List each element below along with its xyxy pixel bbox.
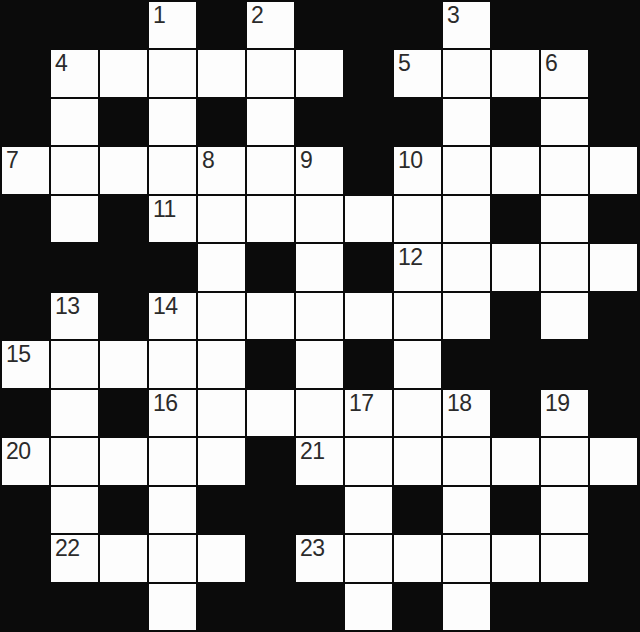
black-cell-r5c5 — [247, 244, 294, 290]
cell-r5c8[interactable]: 12 — [394, 244, 441, 290]
black-cell-r4c10 — [492, 196, 539, 242]
cell-r9c2[interactable] — [100, 438, 147, 484]
black-cell-r5c7 — [345, 244, 392, 290]
cell-r5c6[interactable] — [296, 244, 343, 290]
black-cell-r5c1 — [51, 244, 98, 290]
black-cell-r1c0 — [2, 50, 49, 96]
cell-r3c1[interactable] — [51, 147, 98, 193]
clue-number-22: 22 — [55, 536, 80, 560]
cell-r5c9[interactable] — [443, 244, 490, 290]
black-cell-r0c6 — [296, 2, 343, 48]
cell-r1c8[interactable]: 5 — [394, 50, 441, 96]
black-cell-r0c1 — [51, 2, 98, 48]
black-cell-r2c12 — [590, 99, 637, 145]
cell-r2c11[interactable] — [541, 99, 588, 145]
cell-r9c1[interactable] — [51, 438, 98, 484]
cell-r3c0[interactable]: 7 — [2, 147, 49, 193]
black-cell-r12c10 — [492, 584, 539, 630]
cell-r3c6[interactable]: 9 — [296, 147, 343, 193]
clue-number-16: 16 — [153, 391, 178, 415]
clue-number-9: 9 — [300, 148, 312, 172]
black-cell-r0c2 — [100, 2, 147, 48]
clue-number-11: 11 — [153, 197, 176, 221]
cell-r4c6[interactable] — [296, 196, 343, 242]
clue-number-4: 4 — [55, 51, 67, 75]
clue-number-21: 21 — [300, 439, 325, 463]
cell-r4c5[interactable] — [247, 196, 294, 242]
black-cell-r11c12 — [590, 535, 637, 581]
cell-r5c10[interactable] — [492, 244, 539, 290]
cell-r9c7[interactable] — [345, 438, 392, 484]
cell-r5c4[interactable] — [198, 244, 245, 290]
clue-number-7: 7 — [6, 148, 18, 172]
cell-r3c3[interactable] — [149, 147, 196, 193]
cell-r9c8[interactable] — [394, 438, 441, 484]
black-cell-r7c9 — [443, 341, 490, 387]
black-cell-r10c8 — [394, 487, 441, 533]
black-cell-r2c7 — [345, 99, 392, 145]
clue-number-2: 2 — [251, 3, 263, 27]
cell-r12c7[interactable] — [345, 584, 392, 630]
black-cell-r12c2 — [100, 584, 147, 630]
black-cell-r12c12 — [590, 584, 637, 630]
cell-r9c11[interactable] — [541, 438, 588, 484]
cell-r11c11[interactable] — [541, 535, 588, 581]
black-cell-r12c6 — [296, 584, 343, 630]
cell-r8c6[interactable] — [296, 390, 343, 436]
cell-r1c10[interactable] — [492, 50, 539, 96]
black-cell-r10c10 — [492, 487, 539, 533]
clue-number-6: 6 — [545, 51, 557, 75]
cell-r4c8[interactable] — [394, 196, 441, 242]
black-cell-r4c0 — [2, 196, 49, 242]
cell-r7c3[interactable] — [149, 341, 196, 387]
cell-r0c5[interactable]: 2 — [247, 2, 294, 48]
cell-r7c4[interactable] — [198, 341, 245, 387]
black-cell-r10c0 — [2, 487, 49, 533]
black-cell-r2c0 — [2, 99, 49, 145]
clue-number-19: 19 — [545, 391, 570, 415]
cell-r4c11[interactable] — [541, 196, 588, 242]
cell-r8c9[interactable]: 18 — [443, 390, 490, 436]
cell-r1c4[interactable] — [198, 50, 245, 96]
clue-number-10: 10 — [398, 148, 423, 172]
black-cell-r6c12 — [590, 293, 637, 339]
cell-r9c12[interactable] — [590, 438, 637, 484]
black-cell-r6c0 — [2, 293, 49, 339]
cell-r9c4[interactable] — [198, 438, 245, 484]
black-cell-r8c0 — [2, 390, 49, 436]
cell-r6c11[interactable] — [541, 293, 588, 339]
clue-number-14: 14 — [153, 294, 178, 318]
cell-r7c0[interactable]: 15 — [2, 341, 49, 387]
black-cell-r0c10 — [492, 2, 539, 48]
cell-r11c10[interactable] — [492, 535, 539, 581]
cell-r3c12[interactable] — [590, 147, 637, 193]
cell-r8c4[interactable] — [198, 390, 245, 436]
cell-r4c7[interactable] — [345, 196, 392, 242]
cell-r11c7[interactable] — [345, 535, 392, 581]
clue-number-18: 18 — [447, 391, 472, 415]
black-cell-r5c0 — [2, 244, 49, 290]
cell-r7c6[interactable] — [296, 341, 343, 387]
black-cell-r10c5 — [247, 487, 294, 533]
cell-r6c3[interactable]: 14 — [149, 293, 196, 339]
cell-r8c1[interactable] — [51, 390, 98, 436]
cell-r11c2[interactable] — [100, 535, 147, 581]
clue-number-13: 13 — [55, 294, 80, 318]
cell-r3c5[interactable] — [247, 147, 294, 193]
cell-r10c3[interactable] — [149, 487, 196, 533]
black-cell-r4c2 — [100, 196, 147, 242]
cell-r12c3[interactable] — [149, 584, 196, 630]
crossword-board: 1234567891011121314151617181920212223 — [0, 0, 640, 632]
black-cell-r0c7 — [345, 2, 392, 48]
cell-r11c3[interactable] — [149, 535, 196, 581]
cell-r1c1[interactable]: 4 — [51, 50, 98, 96]
cell-r7c8[interactable] — [394, 341, 441, 387]
cell-r0c9[interactable]: 3 — [443, 2, 490, 48]
cell-r3c2[interactable] — [100, 147, 147, 193]
cell-r3c9[interactable] — [443, 147, 490, 193]
cell-r7c2[interactable] — [100, 341, 147, 387]
cell-r1c3[interactable] — [149, 50, 196, 96]
black-cell-r6c10 — [492, 293, 539, 339]
black-cell-r2c6 — [296, 99, 343, 145]
cell-r11c9[interactable] — [443, 535, 490, 581]
black-cell-r3c7 — [345, 147, 392, 193]
clue-number-15: 15 — [6, 342, 31, 366]
cell-r8c3[interactable]: 16 — [149, 390, 196, 436]
cell-r6c4[interactable] — [198, 293, 245, 339]
black-cell-r10c12 — [590, 487, 637, 533]
black-cell-r8c2 — [100, 390, 147, 436]
black-cell-r8c10 — [492, 390, 539, 436]
cell-r1c9[interactable] — [443, 50, 490, 96]
cell-r6c7[interactable] — [345, 293, 392, 339]
cell-r10c9[interactable] — [443, 487, 490, 533]
cell-r8c8[interactable] — [394, 390, 441, 436]
black-cell-r7c10 — [492, 341, 539, 387]
black-cell-r10c6 — [296, 487, 343, 533]
cell-r4c3[interactable]: 11 — [149, 196, 196, 242]
black-cell-r1c12 — [590, 50, 637, 96]
black-cell-r4c12 — [590, 196, 637, 242]
cell-r3c11[interactable] — [541, 147, 588, 193]
cell-r6c1[interactable]: 13 — [51, 293, 98, 339]
black-cell-r0c12 — [590, 2, 637, 48]
cell-r11c8[interactable] — [394, 535, 441, 581]
cell-r1c2[interactable] — [100, 50, 147, 96]
black-cell-r0c11 — [541, 2, 588, 48]
cell-r8c11[interactable]: 19 — [541, 390, 588, 436]
clue-number-8: 8 — [202, 148, 214, 172]
cell-r12c9[interactable] — [443, 584, 490, 630]
cell-r3c8[interactable]: 10 — [394, 147, 441, 193]
black-cell-r7c7 — [345, 341, 392, 387]
cell-r6c8[interactable] — [394, 293, 441, 339]
black-cell-r10c4 — [198, 487, 245, 533]
black-cell-r12c11 — [541, 584, 588, 630]
black-cell-r7c12 — [590, 341, 637, 387]
clue-number-5: 5 — [398, 51, 410, 75]
cell-r2c9[interactable] — [443, 99, 490, 145]
cell-r1c11[interactable]: 6 — [541, 50, 588, 96]
cell-r8c5[interactable] — [247, 390, 294, 436]
black-cell-r11c0 — [2, 535, 49, 581]
cell-r2c5[interactable] — [247, 99, 294, 145]
black-cell-r6c2 — [100, 293, 147, 339]
black-cell-r5c2 — [100, 244, 147, 290]
black-cell-r12c1 — [51, 584, 98, 630]
black-cell-r12c0 — [2, 584, 49, 630]
black-cell-r11c5 — [247, 535, 294, 581]
black-cell-r12c8 — [394, 584, 441, 630]
clue-number-23: 23 — [300, 536, 325, 560]
cell-r11c1[interactable]: 22 — [51, 535, 98, 581]
cell-r10c7[interactable] — [345, 487, 392, 533]
cell-r0c3[interactable]: 1 — [149, 2, 196, 48]
cell-r11c4[interactable] — [198, 535, 245, 581]
clue-number-20: 20 — [6, 439, 31, 463]
black-cell-r12c4 — [198, 584, 245, 630]
black-cell-r12c5 — [247, 584, 294, 630]
black-cell-r8c12 — [590, 390, 637, 436]
cell-r10c11[interactable] — [541, 487, 588, 533]
clue-number-12: 12 — [398, 245, 423, 269]
clue-number-3: 3 — [447, 3, 459, 27]
cell-r5c11[interactable] — [541, 244, 588, 290]
cell-r8c7[interactable]: 17 — [345, 390, 392, 436]
cell-r4c9[interactable] — [443, 196, 490, 242]
black-cell-r2c10 — [492, 99, 539, 145]
cell-r9c6[interactable]: 21 — [296, 438, 343, 484]
black-cell-r2c2 — [100, 99, 147, 145]
cell-r9c3[interactable] — [149, 438, 196, 484]
cell-r10c1[interactable] — [51, 487, 98, 533]
cell-r6c6[interactable] — [296, 293, 343, 339]
cell-r6c5[interactable] — [247, 293, 294, 339]
clue-number-1: 1 — [153, 3, 165, 27]
cell-r3c10[interactable] — [492, 147, 539, 193]
cell-r1c5[interactable] — [247, 50, 294, 96]
black-cell-r2c4 — [198, 99, 245, 145]
cell-r9c9[interactable] — [443, 438, 490, 484]
black-cell-r5c3 — [149, 244, 196, 290]
cell-r1c6[interactable] — [296, 50, 343, 96]
cell-r7c1[interactable] — [51, 341, 98, 387]
clue-number-17: 17 — [349, 391, 374, 415]
cell-r2c1[interactable] — [51, 99, 98, 145]
black-cell-r7c11 — [541, 341, 588, 387]
black-cell-r7c5 — [247, 341, 294, 387]
black-cell-r1c7 — [345, 50, 392, 96]
black-cell-r0c4 — [198, 2, 245, 48]
cell-r9c10[interactable] — [492, 438, 539, 484]
cell-r9c0[interactable]: 20 — [2, 438, 49, 484]
cell-r11c6[interactable]: 23 — [296, 535, 343, 581]
black-cell-r2c8 — [394, 99, 441, 145]
cell-r2c3[interactable] — [149, 99, 196, 145]
cell-r4c1[interactable] — [51, 196, 98, 242]
black-cell-r0c0 — [2, 2, 49, 48]
cell-r3c4[interactable]: 8 — [198, 147, 245, 193]
black-cell-r9c5 — [247, 438, 294, 484]
cell-r6c9[interactable] — [443, 293, 490, 339]
black-cell-r0c8 — [394, 2, 441, 48]
cell-r4c4[interactable] — [198, 196, 245, 242]
cell-r5c12[interactable] — [590, 244, 637, 290]
black-cell-r10c2 — [100, 487, 147, 533]
